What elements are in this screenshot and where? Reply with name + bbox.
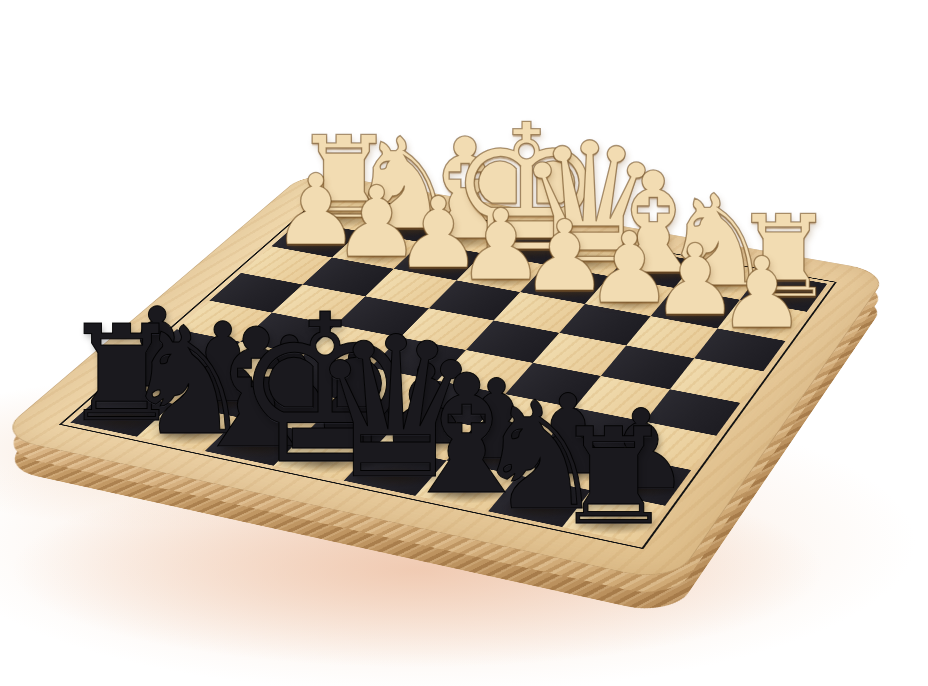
piece-black-rook-a8[interactable]: ♜: [554, 411, 674, 545]
piece-white-pawn-a2[interactable]: ♟: [718, 243, 806, 341]
pieces-overlay: ♜♞♝♚♛♝♞♜♟♟♟♟♟♟♟♟♟♟♟♟♟♟♟♟♜♞♝♚♛♝♞♜: [0, 0, 928, 686]
product-photo-scene: ♜♞♝♚♛♝♞♜♟♟♟♟♟♟♟♟♟♟♟♟♟♟♟♟♜♞♝♚♛♝♞♜: [0, 0, 928, 686]
